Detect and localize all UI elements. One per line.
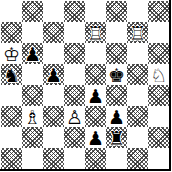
square-h1[interactable]: [148, 148, 169, 169]
square-a3[interactable]: [1, 106, 22, 127]
white-pawn: ♙: [64, 106, 85, 127]
square-h6[interactable]: [148, 43, 169, 64]
square-f7[interactable]: [106, 22, 127, 43]
square-e6[interactable]: [85, 43, 106, 64]
black-pawn: ♟: [106, 106, 127, 127]
square-e2[interactable]: ♟: [85, 127, 106, 148]
square-h5[interactable]: ♞♘: [148, 64, 169, 85]
square-d8[interactable]: [64, 1, 85, 22]
square-c2[interactable]: [43, 127, 64, 148]
square-g3[interactable]: [127, 106, 148, 127]
square-d4[interactable]: [64, 85, 85, 106]
square-a4[interactable]: [1, 85, 22, 106]
square-a7[interactable]: [1, 22, 22, 43]
square-b8[interactable]: [22, 1, 43, 22]
square-a8[interactable]: [1, 1, 22, 22]
square-c4[interactable]: [43, 85, 64, 106]
black-pawn: ♟: [22, 43, 43, 64]
square-d5[interactable]: [64, 64, 85, 85]
white-knight: ♘: [148, 64, 169, 85]
square-d2[interactable]: [64, 127, 85, 148]
square-f1[interactable]: [106, 148, 127, 169]
square-b1[interactable]: [22, 148, 43, 169]
square-f5[interactable]: ♚: [106, 64, 127, 85]
square-a5[interactable]: ♞: [1, 64, 22, 85]
black-pawn: ♟: [85, 85, 106, 106]
board-border-right: [169, 0, 171, 171]
square-e5[interactable]: [85, 64, 106, 85]
square-d1[interactable]: [64, 148, 85, 169]
chessboard: ♜♖♜♖♚♔♟♞♟♚♞♘♟♝♗♟♙♟♟♜: [1, 1, 169, 169]
square-d3[interactable]: ♟♙: [64, 106, 85, 127]
square-c7[interactable]: [43, 22, 64, 43]
square-g4[interactable]: [127, 85, 148, 106]
square-e7[interactable]: ♜♖: [85, 22, 106, 43]
square-f6[interactable]: [106, 43, 127, 64]
square-d7[interactable]: [64, 22, 85, 43]
white-king: ♔: [1, 43, 22, 64]
board-border-bottom: [0, 169, 171, 171]
square-a1[interactable]: [1, 148, 22, 169]
square-f3[interactable]: ♟: [106, 106, 127, 127]
square-b6[interactable]: ♟: [22, 43, 43, 64]
square-b3[interactable]: ♝♗: [22, 106, 43, 127]
square-h8[interactable]: [148, 1, 169, 22]
square-e8[interactable]: [85, 1, 106, 22]
square-b4[interactable]: [22, 85, 43, 106]
square-c5[interactable]: ♟: [43, 64, 64, 85]
square-g1[interactable]: [127, 148, 148, 169]
square-h2[interactable]: [148, 127, 169, 148]
square-f8[interactable]: [106, 1, 127, 22]
square-h4[interactable]: [148, 85, 169, 106]
square-h7[interactable]: [148, 22, 169, 43]
black-pawn: ♟: [85, 127, 106, 148]
black-knight: ♞: [1, 64, 22, 85]
square-e3[interactable]: [85, 106, 106, 127]
square-c1[interactable]: [43, 148, 64, 169]
square-g6[interactable]: [127, 43, 148, 64]
square-e1[interactable]: [85, 148, 106, 169]
square-g5[interactable]: [127, 64, 148, 85]
black-king: ♚: [106, 64, 127, 85]
square-b5[interactable]: [22, 64, 43, 85]
square-g8[interactable]: [127, 1, 148, 22]
black-rook: ♜: [106, 127, 127, 148]
white-bishop: ♗: [22, 106, 43, 127]
square-a2[interactable]: [1, 127, 22, 148]
square-f2[interactable]: ♜: [106, 127, 127, 148]
square-d6[interactable]: [64, 43, 85, 64]
square-b2[interactable]: [22, 127, 43, 148]
square-f4[interactable]: [106, 85, 127, 106]
square-h3[interactable]: [148, 106, 169, 127]
square-g2[interactable]: [127, 127, 148, 148]
white-rook: ♖: [127, 22, 148, 43]
square-a6[interactable]: ♚♔: [1, 43, 22, 64]
square-c8[interactable]: [43, 1, 64, 22]
black-pawn: ♟: [43, 64, 64, 85]
square-c6[interactable]: [43, 43, 64, 64]
white-rook: ♖: [85, 22, 106, 43]
square-c3[interactable]: [43, 106, 64, 127]
square-e4[interactable]: ♟: [85, 85, 106, 106]
square-b7[interactable]: [22, 22, 43, 43]
square-g7[interactable]: ♜♖: [127, 22, 148, 43]
chess-diagram: ♜♖♜♖♚♔♟♞♟♚♞♘♟♝♗♟♙♟♟♜: [0, 0, 172, 172]
